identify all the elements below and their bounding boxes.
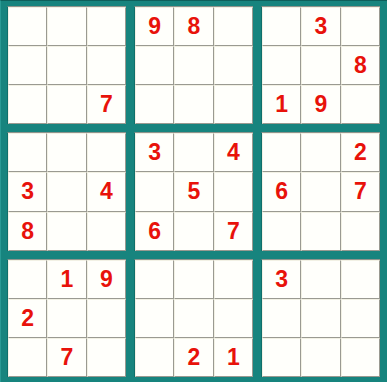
cell-r1c7[interactable] <box>262 7 301 46</box>
cell-r6c1[interactable]: 8 <box>8 212 47 251</box>
sudoku-box-6: 267 <box>261 132 380 250</box>
cell-r4c7[interactable] <box>262 133 301 172</box>
cell-r2c4[interactable] <box>135 46 174 85</box>
cell-r5c2[interactable] <box>47 172 86 211</box>
cell-r5c8[interactable] <box>301 172 340 211</box>
cell-r1c3[interactable] <box>87 7 126 46</box>
cell-r7c1[interactable] <box>8 260 47 299</box>
cell-r8c2[interactable] <box>47 299 86 338</box>
sudoku-box-7: 1927 <box>7 259 126 377</box>
cell-r8c9[interactable] <box>341 299 380 338</box>
cell-r2c9[interactable]: 8 <box>341 46 380 85</box>
cell-r2c5[interactable] <box>174 46 213 85</box>
cell-r4c8[interactable] <box>301 133 340 172</box>
cell-r9c6[interactable]: 1 <box>214 338 253 377</box>
cell-r3c7[interactable]: 1 <box>262 85 301 124</box>
cell-r6c3[interactable] <box>87 212 126 251</box>
cell-r1c2[interactable] <box>47 7 86 46</box>
cell-r3c3[interactable]: 7 <box>87 85 126 124</box>
sudoku-box-8: 21 <box>134 259 253 377</box>
cell-r8c6[interactable] <box>214 299 253 338</box>
cell-r6c6[interactable]: 7 <box>214 212 253 251</box>
cell-r7c3[interactable]: 9 <box>87 260 126 299</box>
cell-r3c2[interactable] <box>47 85 86 124</box>
cell-r5c3[interactable]: 4 <box>87 172 126 211</box>
cell-r5c5[interactable]: 5 <box>174 172 213 211</box>
sudoku-box-4: 348 <box>7 132 126 250</box>
cell-r2c2[interactable] <box>47 46 86 85</box>
cell-r8c3[interactable] <box>87 299 126 338</box>
cell-r2c3[interactable] <box>87 46 126 85</box>
cell-r2c7[interactable] <box>262 46 301 85</box>
cell-r8c4[interactable] <box>135 299 174 338</box>
sudoku-box-9: 3 <box>261 259 380 377</box>
cell-r5c9[interactable]: 7 <box>341 172 380 211</box>
cell-r3c8[interactable]: 9 <box>301 85 340 124</box>
cell-r8c8[interactable] <box>301 299 340 338</box>
cell-r5c4[interactable] <box>135 172 174 211</box>
cell-r6c9[interactable] <box>341 212 380 251</box>
cell-r6c7[interactable] <box>262 212 301 251</box>
cell-r9c9[interactable] <box>341 338 380 377</box>
sudoku-board: 7 98 3819 348 34567 267 1927 21 3 <box>0 0 387 382</box>
cell-r5c6[interactable] <box>214 172 253 211</box>
cell-r4c6[interactable]: 4 <box>214 133 253 172</box>
cell-r6c2[interactable] <box>47 212 86 251</box>
cell-r6c8[interactable] <box>301 212 340 251</box>
sudoku-box-2: 98 <box>134 6 253 124</box>
cell-r3c1[interactable] <box>8 85 47 124</box>
cell-r4c1[interactable] <box>8 133 47 172</box>
sudoku-box-3: 3819 <box>261 6 380 124</box>
cell-r1c5[interactable]: 8 <box>174 7 213 46</box>
cell-r7c6[interactable] <box>214 260 253 299</box>
cell-r3c9[interactable] <box>341 85 380 124</box>
cell-r4c3[interactable] <box>87 133 126 172</box>
cell-r2c1[interactable] <box>8 46 47 85</box>
cell-r7c5[interactable] <box>174 260 213 299</box>
cell-r9c8[interactable] <box>301 338 340 377</box>
cell-r5c7[interactable]: 6 <box>262 172 301 211</box>
cell-r7c8[interactable] <box>301 260 340 299</box>
cell-r4c9[interactable]: 2 <box>341 133 380 172</box>
cell-r7c9[interactable] <box>341 260 380 299</box>
cell-r7c7[interactable]: 3 <box>262 260 301 299</box>
cell-r7c2[interactable]: 1 <box>47 260 86 299</box>
cell-r7c4[interactable] <box>135 260 174 299</box>
cell-r2c8[interactable] <box>301 46 340 85</box>
cell-r9c2[interactable]: 7 <box>47 338 86 377</box>
cell-r9c4[interactable] <box>135 338 174 377</box>
cell-r9c5[interactable]: 2 <box>174 338 213 377</box>
cell-r4c5[interactable] <box>174 133 213 172</box>
sudoku-box-5: 34567 <box>134 132 253 250</box>
cell-r9c1[interactable] <box>8 338 47 377</box>
cell-r1c1[interactable] <box>8 7 47 46</box>
cell-r9c3[interactable] <box>87 338 126 377</box>
cell-r1c6[interactable] <box>214 7 253 46</box>
cell-r3c6[interactable] <box>214 85 253 124</box>
cell-r8c1[interactable]: 2 <box>8 299 47 338</box>
cell-r8c7[interactable] <box>262 299 301 338</box>
cell-r8c5[interactable] <box>174 299 213 338</box>
cell-r1c9[interactable] <box>341 7 380 46</box>
cell-r1c4[interactable]: 9 <box>135 7 174 46</box>
sudoku-box-1: 7 <box>7 6 126 124</box>
cell-r4c4[interactable]: 3 <box>135 133 174 172</box>
cell-r1c8[interactable]: 3 <box>301 7 340 46</box>
cell-r6c5[interactable] <box>174 212 213 251</box>
cell-r2c6[interactable] <box>214 46 253 85</box>
cell-r3c4[interactable] <box>135 85 174 124</box>
cell-r3c5[interactable] <box>174 85 213 124</box>
cell-r9c7[interactable] <box>262 338 301 377</box>
cell-r6c4[interactable]: 6 <box>135 212 174 251</box>
cell-r5c1[interactable]: 3 <box>8 172 47 211</box>
cell-r4c2[interactable] <box>47 133 86 172</box>
